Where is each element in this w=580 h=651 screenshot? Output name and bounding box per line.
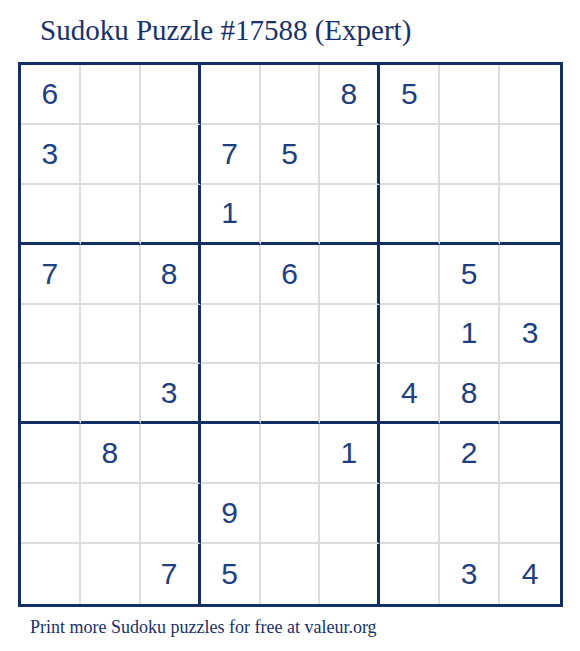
cell-r9c3: 7	[141, 544, 201, 604]
cell-r7c1	[21, 424, 81, 484]
cell-r9c7	[380, 544, 440, 604]
cell-r7c6: 1	[320, 424, 380, 484]
cell-r5c4	[201, 305, 261, 365]
cell-r1c6: 8	[320, 65, 380, 125]
cell-r7c7	[380, 424, 440, 484]
cell-r5c2	[81, 305, 141, 365]
cell-r1c3	[141, 65, 201, 125]
cell-r8c9	[500, 484, 560, 544]
cell-r1c8	[440, 65, 500, 125]
cell-r9c6	[320, 544, 380, 604]
cell-r3c7	[380, 185, 440, 245]
cell-r1c5	[261, 65, 321, 125]
cell-r6c6	[320, 364, 380, 424]
cell-r1c7: 5	[380, 65, 440, 125]
cell-r8c1	[21, 484, 81, 544]
cell-r6c8: 8	[440, 364, 500, 424]
cell-r3c5	[261, 185, 321, 245]
cell-r1c4	[201, 65, 261, 125]
cell-r6c2	[81, 364, 141, 424]
cell-r6c1	[21, 364, 81, 424]
cell-r3c9	[500, 185, 560, 245]
cell-r3c1	[21, 185, 81, 245]
cell-r7c4	[201, 424, 261, 484]
cell-r5c1	[21, 305, 81, 365]
cell-r3c8	[440, 185, 500, 245]
cell-r4c2	[81, 245, 141, 305]
cell-r6c7: 4	[380, 364, 440, 424]
cell-r8c3	[141, 484, 201, 544]
cell-r6c5	[261, 364, 321, 424]
cell-r4c5: 6	[261, 245, 321, 305]
cell-r7c9	[500, 424, 560, 484]
cell-r6c9	[500, 364, 560, 424]
cell-r3c2	[81, 185, 141, 245]
cell-r1c9	[500, 65, 560, 125]
cell-r5c7	[380, 305, 440, 365]
cell-r8c6	[320, 484, 380, 544]
cell-r2c6	[320, 125, 380, 185]
cell-r1c2	[81, 65, 141, 125]
cell-r4c4	[201, 245, 261, 305]
cell-r4c6	[320, 245, 380, 305]
cell-r5c8: 1	[440, 305, 500, 365]
cell-r3c6	[320, 185, 380, 245]
cell-r6c4	[201, 364, 261, 424]
cell-r9c4: 5	[201, 544, 261, 604]
cell-r8c5	[261, 484, 321, 544]
cell-r8c2	[81, 484, 141, 544]
cell-r7c5	[261, 424, 321, 484]
cell-r2c5: 5	[261, 125, 321, 185]
cell-r9c8: 3	[440, 544, 500, 604]
footer-note: Print more Sudoku puzzles for free at va…	[30, 617, 377, 638]
cell-r2c1: 3	[21, 125, 81, 185]
cell-r9c1	[21, 544, 81, 604]
cell-r4c8: 5	[440, 245, 500, 305]
cell-r4c1: 7	[21, 245, 81, 305]
cell-r2c2	[81, 125, 141, 185]
cell-r3c4: 1	[201, 185, 261, 245]
cell-r9c9: 4	[500, 544, 560, 604]
cell-r5c3	[141, 305, 201, 365]
cell-r3c3	[141, 185, 201, 245]
cell-r2c9	[500, 125, 560, 185]
cell-r1c1: 6	[21, 65, 81, 125]
cell-r2c4: 7	[201, 125, 261, 185]
cell-r8c4: 9	[201, 484, 261, 544]
cell-r7c2: 8	[81, 424, 141, 484]
cell-r9c2	[81, 544, 141, 604]
cell-r6c3: 3	[141, 364, 201, 424]
cell-r4c7	[380, 245, 440, 305]
sudoku-grid: 685375178651334881297534	[18, 62, 563, 607]
cell-r2c8	[440, 125, 500, 185]
cell-r4c9	[500, 245, 560, 305]
cell-r8c8	[440, 484, 500, 544]
cell-r2c3	[141, 125, 201, 185]
cell-r7c8: 2	[440, 424, 500, 484]
page-title: Sudoku Puzzle #17588 (Expert)	[40, 14, 411, 47]
cell-r5c5	[261, 305, 321, 365]
cell-r2c7	[380, 125, 440, 185]
cell-r7c3	[141, 424, 201, 484]
cell-r4c3: 8	[141, 245, 201, 305]
cell-r5c6	[320, 305, 380, 365]
cell-r5c9: 3	[500, 305, 560, 365]
cell-r9c5	[261, 544, 321, 604]
cell-r8c7	[380, 484, 440, 544]
